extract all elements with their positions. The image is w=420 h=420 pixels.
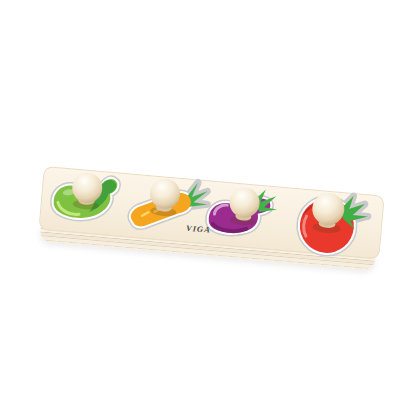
- slot-eggplant[interactable]: [198, 171, 288, 256]
- puzzle-board-top-face: VIGA: [38, 166, 384, 260]
- tomato-piece[interactable]: [282, 178, 377, 265]
- eggplant-piece[interactable]: [198, 171, 288, 256]
- product-photo-scene: VIGA: [0, 0, 420, 420]
- slot-tomato[interactable]: [282, 178, 377, 265]
- brand-logo-viga: VIGA: [185, 224, 212, 235]
- slot-green-pepper[interactable]: [41, 157, 131, 242]
- puzzle-board: VIGA: [36, 166, 383, 291]
- green-pepper-piece[interactable]: [41, 157, 131, 242]
